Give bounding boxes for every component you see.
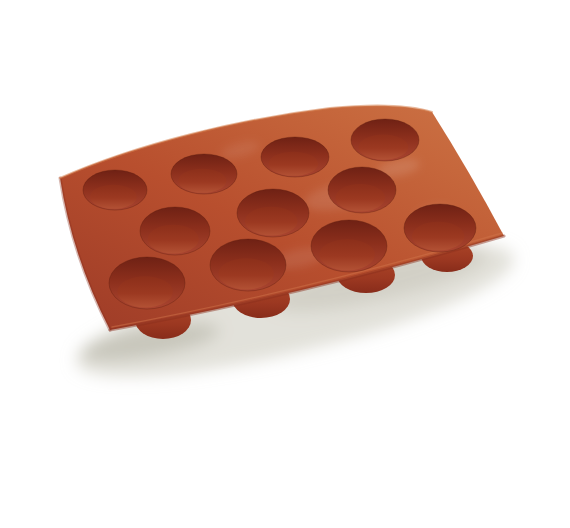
cavity-floor	[335, 184, 385, 212]
cavity-floor	[117, 276, 172, 307]
cavity-floor	[178, 169, 226, 193]
cavity-floor	[148, 225, 199, 254]
cavity-floor	[90, 185, 137, 209]
mold-cavity-row3-col3	[311, 220, 387, 272]
cavity-floor	[358, 135, 408, 160]
mold-cavity-row1-col1	[83, 170, 147, 210]
mold-cavity-row2-col2	[237, 189, 309, 237]
mold-cavity-row1-col4	[351, 119, 419, 161]
mold-cavity-row3-col4	[404, 204, 476, 252]
mold-cavity-row1-col3	[261, 137, 329, 177]
product-photo	[0, 0, 570, 528]
cavity-floor	[218, 258, 273, 289]
cavity-floor	[268, 152, 318, 176]
mold-cavity-row3-col1	[109, 257, 185, 309]
cavity-floor	[412, 222, 465, 251]
mold-cavity-row2-col1	[140, 207, 210, 255]
mold-cavity-row2-col3	[328, 167, 396, 213]
muffin-mould-scene	[0, 0, 570, 528]
cavity-floor	[319, 239, 374, 270]
cavity-floor	[245, 207, 298, 236]
mold-cavity-row3-col2	[210, 239, 286, 291]
mold-cavity-row1-col2	[171, 154, 237, 194]
